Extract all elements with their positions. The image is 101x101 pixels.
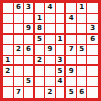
cell-r1c9[interactable] <box>87 3 98 14</box>
cell-r9c3[interactable] <box>24 87 35 98</box>
cell-r1c4[interactable] <box>35 3 46 14</box>
cell-r3c5[interactable] <box>45 24 56 35</box>
cell-r7c8[interactable] <box>77 66 88 77</box>
cell-r7c6[interactable]: 5 <box>56 66 67 77</box>
cell-r9c5[interactable]: 2 <box>45 87 56 98</box>
cell-r5c3[interactable]: 6 <box>24 45 35 56</box>
cell-r7c3[interactable] <box>24 66 35 77</box>
cell-r2c6[interactable] <box>56 14 67 25</box>
cell-r1c2[interactable]: 6 <box>14 3 25 14</box>
cell-r2c8[interactable] <box>77 14 88 25</box>
cell-r4c4[interactable]: 5 <box>35 35 46 46</box>
cell-r2c3[interactable] <box>24 14 35 25</box>
cell-r8c4[interactable] <box>35 77 46 88</box>
cell-r6c5[interactable] <box>45 56 56 67</box>
cell-r5c2[interactable]: 2 <box>14 45 25 56</box>
cell-r6c9[interactable] <box>87 56 98 67</box>
cell-r3c6[interactable] <box>56 24 67 35</box>
cell-r3c3[interactable]: 9 <box>24 24 35 35</box>
cell-r4c1[interactable] <box>3 35 14 46</box>
cell-r1c3[interactable]: 3 <box>24 3 35 14</box>
cell-r2c9[interactable] <box>87 14 98 25</box>
cell-r2c7[interactable]: 4 <box>66 14 77 25</box>
cell-r6c1[interactable]: 1 <box>3 56 14 67</box>
cell-r7c2[interactable] <box>14 66 25 77</box>
cell-r9c1[interactable] <box>3 87 14 98</box>
sudoku-board: 63411498351626975123259547256 <box>0 0 101 101</box>
cell-r6c3[interactable] <box>24 56 35 67</box>
cell-r7c5[interactable] <box>45 66 56 77</box>
cell-r8c9[interactable] <box>87 77 98 88</box>
cell-r7c7[interactable]: 9 <box>66 66 77 77</box>
cell-r4c8[interactable] <box>77 35 88 46</box>
cell-r1c5[interactable]: 4 <box>45 3 56 14</box>
cell-r8c5[interactable] <box>45 77 56 88</box>
cell-r4c5[interactable] <box>45 35 56 46</box>
cell-r3c1[interactable] <box>3 24 14 35</box>
cell-r5c8[interactable]: 5 <box>77 45 88 56</box>
cell-r4c9[interactable]: 6 <box>87 35 98 46</box>
cell-r4c7[interactable] <box>66 35 77 46</box>
cell-r7c1[interactable]: 2 <box>3 66 14 77</box>
cell-r6c2[interactable] <box>14 56 25 67</box>
cell-r3c9[interactable]: 3 <box>87 24 98 35</box>
cell-r2c5[interactable] <box>45 14 56 25</box>
cell-r2c4[interactable]: 1 <box>35 14 46 25</box>
cell-r8c8[interactable] <box>77 77 88 88</box>
cell-r9c8[interactable]: 6 <box>77 87 88 98</box>
cell-r6c7[interactable] <box>66 56 77 67</box>
cell-r9c9[interactable] <box>87 87 98 98</box>
cell-r5c5[interactable]: 9 <box>45 45 56 56</box>
cell-r9c4[interactable] <box>35 87 46 98</box>
cell-r1c7[interactable] <box>66 3 77 14</box>
cell-r4c6[interactable]: 1 <box>56 35 67 46</box>
cell-r2c1[interactable] <box>3 14 14 25</box>
cell-r5c6[interactable] <box>56 45 67 56</box>
cell-r4c2[interactable] <box>14 35 25 46</box>
cell-r1c6[interactable] <box>56 3 67 14</box>
cell-r1c8[interactable]: 1 <box>77 3 88 14</box>
cell-r6c6[interactable]: 3 <box>56 56 67 67</box>
cell-r9c7[interactable]: 5 <box>66 87 77 98</box>
cell-r3c4[interactable]: 8 <box>35 24 46 35</box>
cell-r2c2[interactable] <box>14 14 25 25</box>
cell-r3c2[interactable] <box>14 24 25 35</box>
cell-r8c7[interactable] <box>66 77 77 88</box>
cell-r6c8[interactable] <box>77 56 88 67</box>
cell-r1c1[interactable] <box>3 3 14 14</box>
cell-r3c7[interactable] <box>66 24 77 35</box>
cell-r5c4[interactable] <box>35 45 46 56</box>
cell-r8c3[interactable]: 5 <box>24 77 35 88</box>
cell-r5c7[interactable]: 7 <box>66 45 77 56</box>
cell-r7c9[interactable] <box>87 66 98 77</box>
cell-r6c4[interactable]: 2 <box>35 56 46 67</box>
cell-r8c6[interactable]: 4 <box>56 77 67 88</box>
cell-r9c2[interactable]: 7 <box>14 87 25 98</box>
cell-r8c1[interactable] <box>3 77 14 88</box>
cell-r7c4[interactable] <box>35 66 46 77</box>
cell-r3c8[interactable] <box>77 24 88 35</box>
cell-r5c9[interactable] <box>87 45 98 56</box>
cell-r8c2[interactable] <box>14 77 25 88</box>
cell-r5c1[interactable] <box>3 45 14 56</box>
cell-r9c6[interactable] <box>56 87 67 98</box>
cell-r4c3[interactable] <box>24 35 35 46</box>
